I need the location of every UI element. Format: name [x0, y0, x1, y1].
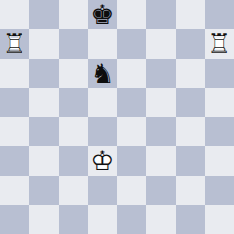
- chess-board-wrapper: ♚♜♖♜♖♞♚♔: [0, 0, 234, 234]
- square-c8[interactable]: [59, 0, 88, 29]
- square-a8[interactable]: [0, 0, 29, 29]
- square-e5[interactable]: [117, 88, 146, 117]
- white-king-glyph: ♔: [88, 146, 117, 175]
- square-e4[interactable]: [117, 117, 146, 146]
- black-king: ♚: [88, 0, 117, 29]
- square-g5[interactable]: [176, 88, 205, 117]
- square-a6[interactable]: [0, 59, 29, 88]
- black-knight: ♞: [88, 59, 117, 88]
- square-a7[interactable]: ♜♖: [0, 29, 29, 58]
- square-f7[interactable]: [146, 29, 175, 58]
- square-b2[interactable]: [29, 176, 58, 205]
- square-h1[interactable]: [205, 205, 234, 234]
- square-e1[interactable]: [117, 205, 146, 234]
- square-b1[interactable]: [29, 205, 58, 234]
- square-a2[interactable]: [0, 176, 29, 205]
- square-h2[interactable]: [205, 176, 234, 205]
- white-rook-glyph: ♖: [0, 29, 29, 58]
- square-d8[interactable]: ♚: [88, 0, 117, 29]
- square-h8[interactable]: [205, 0, 234, 29]
- square-d5[interactable]: [88, 88, 117, 117]
- square-d3[interactable]: ♚♔: [88, 146, 117, 175]
- square-e3[interactable]: [117, 146, 146, 175]
- square-b5[interactable]: [29, 88, 58, 117]
- chess-board: ♚♜♖♜♖♞♚♔: [0, 0, 234, 234]
- square-c1[interactable]: [59, 205, 88, 234]
- square-e7[interactable]: [117, 29, 146, 58]
- white-rook: ♜♖: [0, 29, 29, 58]
- square-f3[interactable]: [146, 146, 175, 175]
- square-f1[interactable]: [146, 205, 175, 234]
- square-c3[interactable]: [59, 146, 88, 175]
- square-h6[interactable]: [205, 59, 234, 88]
- square-f4[interactable]: [146, 117, 175, 146]
- square-d4[interactable]: [88, 117, 117, 146]
- square-f5[interactable]: [146, 88, 175, 117]
- square-e8[interactable]: [117, 0, 146, 29]
- square-a1[interactable]: [0, 205, 29, 234]
- square-a5[interactable]: [0, 88, 29, 117]
- square-d6[interactable]: ♞: [88, 59, 117, 88]
- square-f2[interactable]: [146, 176, 175, 205]
- square-g7[interactable]: [176, 29, 205, 58]
- square-b6[interactable]: [29, 59, 58, 88]
- square-a4[interactable]: [0, 117, 29, 146]
- square-e2[interactable]: [117, 176, 146, 205]
- square-g8[interactable]: [176, 0, 205, 29]
- square-f8[interactable]: [146, 0, 175, 29]
- square-d2[interactable]: [88, 176, 117, 205]
- square-c2[interactable]: [59, 176, 88, 205]
- square-g2[interactable]: [176, 176, 205, 205]
- black-king-glyph: ♚: [88, 0, 117, 29]
- square-f6[interactable]: [146, 59, 175, 88]
- square-h7[interactable]: ♜♖: [205, 29, 234, 58]
- square-c6[interactable]: [59, 59, 88, 88]
- square-b3[interactable]: [29, 146, 58, 175]
- square-b4[interactable]: [29, 117, 58, 146]
- square-g4[interactable]: [176, 117, 205, 146]
- square-c5[interactable]: [59, 88, 88, 117]
- square-d1[interactable]: [88, 205, 117, 234]
- square-a3[interactable]: [0, 146, 29, 175]
- white-king: ♚♔: [88, 146, 117, 175]
- square-b8[interactable]: [29, 0, 58, 29]
- square-g6[interactable]: [176, 59, 205, 88]
- square-c7[interactable]: [59, 29, 88, 58]
- square-d7[interactable]: [88, 29, 117, 58]
- square-e6[interactable]: [117, 59, 146, 88]
- square-c4[interactable]: [59, 117, 88, 146]
- square-h3[interactable]: [205, 146, 234, 175]
- square-b7[interactable]: [29, 29, 58, 58]
- square-g1[interactable]: [176, 205, 205, 234]
- white-rook-glyph: ♖: [205, 29, 234, 58]
- black-knight-glyph: ♞: [88, 59, 117, 88]
- square-h4[interactable]: [205, 117, 234, 146]
- square-h5[interactable]: [205, 88, 234, 117]
- white-rook: ♜♖: [205, 29, 234, 58]
- square-g3[interactable]: [176, 146, 205, 175]
